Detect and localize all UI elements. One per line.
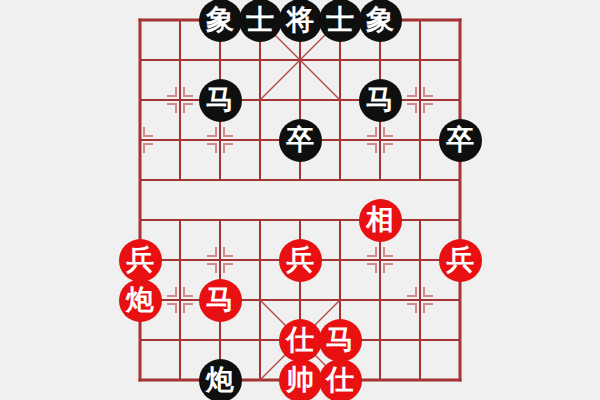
piece-red-soldier[interactable]: 兵 bbox=[279, 239, 322, 282]
xiangqi-board[interactable]: 象士将士象马马卒卒相兵兵兵炮马仕马炮帅仕 bbox=[120, 0, 480, 400]
piece-red-general[interactable]: 帅 bbox=[279, 359, 322, 400]
xiangqi-app-screen: 象士将士象马马卒卒相兵兵兵炮马仕马炮帅仕 bbox=[0, 0, 600, 400]
piece-red-soldier[interactable]: 兵 bbox=[119, 239, 162, 282]
pieces-layer: 象士将士象马马卒卒相兵兵兵炮马仕马炮帅仕 bbox=[120, 0, 480, 400]
piece-black-advisor[interactable]: 士 bbox=[319, 0, 362, 42]
piece-black-general[interactable]: 将 bbox=[279, 0, 322, 42]
piece-black-cannon[interactable]: 炮 bbox=[199, 359, 242, 400]
piece-red-elephant[interactable]: 相 bbox=[359, 199, 402, 242]
piece-red-soldier[interactable]: 兵 bbox=[439, 239, 482, 282]
piece-black-horse[interactable]: 马 bbox=[199, 79, 242, 122]
piece-black-advisor[interactable]: 士 bbox=[239, 0, 282, 42]
piece-black-elephant[interactable]: 象 bbox=[199, 0, 242, 42]
piece-black-soldier[interactable]: 卒 bbox=[279, 119, 322, 162]
piece-red-advisor[interactable]: 仕 bbox=[279, 319, 322, 362]
piece-red-cannon[interactable]: 炮 bbox=[119, 279, 162, 322]
piece-red-horse[interactable]: 马 bbox=[319, 319, 362, 362]
piece-red-advisor[interactable]: 仕 bbox=[319, 359, 362, 400]
piece-black-soldier[interactable]: 卒 bbox=[439, 119, 482, 162]
piece-black-elephant[interactable]: 象 bbox=[359, 0, 402, 42]
piece-black-horse[interactable]: 马 bbox=[359, 79, 402, 122]
piece-red-horse[interactable]: 马 bbox=[199, 279, 242, 322]
